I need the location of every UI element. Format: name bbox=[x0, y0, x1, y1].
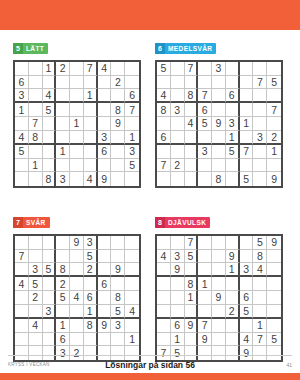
difficulty-label: LÄTT bbox=[23, 43, 48, 54]
sudoku-cell: 1 bbox=[240, 117, 254, 131]
sudoku-cell: 8 bbox=[111, 291, 125, 305]
sudoku-cell: 4 bbox=[253, 263, 267, 277]
sudoku-cell bbox=[267, 277, 281, 291]
sudoku-cell bbox=[253, 277, 267, 291]
sudoku-cell bbox=[157, 291, 171, 305]
sudoku-cell bbox=[198, 291, 212, 305]
sudoku-cell: 6 bbox=[56, 333, 70, 347]
sudoku-cell bbox=[43, 117, 57, 131]
sudoku-cell bbox=[56, 250, 70, 264]
sudoku-cell: 4 bbox=[43, 89, 57, 103]
sudoku-cell: 8 bbox=[56, 263, 70, 277]
sudoku-cell bbox=[240, 319, 254, 333]
sudoku-cell: 4 bbox=[29, 319, 43, 333]
sudoku-cell: 6 bbox=[157, 131, 171, 145]
sudoku-cell bbox=[84, 117, 98, 131]
sudoku-cell: 5 bbox=[29, 277, 43, 291]
sudoku-cell bbox=[226, 62, 240, 76]
sudoku-cell: 6 bbox=[98, 277, 112, 291]
sudoku-cell bbox=[15, 117, 29, 131]
sudoku-grid: 1274623416158771948315163158349 bbox=[13, 60, 141, 188]
sudoku-cell bbox=[98, 305, 112, 319]
sudoku-cell bbox=[29, 172, 43, 186]
sudoku-cell: 7 bbox=[253, 333, 267, 347]
sudoku-cell: 7 bbox=[84, 62, 98, 76]
sudoku-cell: 4 bbox=[15, 131, 29, 145]
sudoku-cell bbox=[157, 236, 171, 250]
sudoku-cell: 9 bbox=[111, 117, 125, 131]
sudoku-cell bbox=[70, 305, 84, 319]
sudoku-cell: 1 bbox=[185, 291, 199, 305]
sudoku-cell bbox=[157, 319, 171, 333]
sudoku-cell: 5 bbox=[43, 103, 57, 117]
sudoku-cell bbox=[56, 131, 70, 145]
sudoku-cell bbox=[70, 277, 84, 291]
sudoku-cell bbox=[98, 291, 112, 305]
sudoku-cell bbox=[43, 333, 57, 347]
sudoku-cell: 5 bbox=[185, 250, 199, 264]
sudoku-cell bbox=[98, 159, 112, 173]
sudoku-cell bbox=[212, 263, 226, 277]
sudoku-cell: 2 bbox=[267, 131, 281, 145]
sudoku-cell: 2 bbox=[226, 305, 240, 319]
sudoku-cell bbox=[84, 103, 98, 117]
sudoku-cell bbox=[70, 103, 84, 117]
sudoku-cell bbox=[125, 76, 139, 90]
sudoku-cell bbox=[171, 76, 185, 90]
sudoku-cell: 3 bbox=[198, 145, 212, 159]
sudoku-cell: 8 bbox=[185, 277, 199, 291]
sudoku-cell bbox=[111, 250, 125, 264]
sudoku-cell: 1 bbox=[226, 263, 240, 277]
sudoku-cell: 1 bbox=[84, 305, 98, 319]
sudoku-cell: 3 bbox=[43, 305, 57, 319]
sudoku-cell bbox=[111, 131, 125, 145]
sudoku-cell: 6 bbox=[125, 89, 139, 103]
sudoku-cell bbox=[240, 76, 254, 90]
sudoku-cell bbox=[70, 159, 84, 173]
magazine-sudoku-page: 5 LÄTT 1274623416158771948315163158349 6… bbox=[0, 0, 300, 380]
sudoku-cell: 1 bbox=[226, 131, 240, 145]
sudoku-cell bbox=[29, 250, 43, 264]
sudoku-cell bbox=[43, 277, 57, 291]
sudoku-cell bbox=[240, 236, 254, 250]
sudoku-cell bbox=[125, 277, 139, 291]
sudoku-cell bbox=[98, 103, 112, 117]
sudoku-cell bbox=[240, 131, 254, 145]
sudoku-cell bbox=[267, 263, 281, 277]
sudoku-cell bbox=[198, 305, 212, 319]
sudoku-cell bbox=[198, 263, 212, 277]
sudoku-cell: 5 bbox=[43, 263, 57, 277]
sudoku-cell bbox=[185, 103, 199, 117]
sudoku-cell bbox=[253, 145, 267, 159]
sudoku-cell bbox=[15, 172, 29, 186]
sudoku-cell: 1 bbox=[171, 333, 185, 347]
sudoku-cell: 5 bbox=[267, 76, 281, 90]
sudoku-cell: 4 bbox=[70, 291, 84, 305]
sudoku-cell: 9 bbox=[98, 319, 112, 333]
sudoku-cell: 4 bbox=[157, 250, 171, 264]
sudoku-cell: 4 bbox=[240, 333, 254, 347]
sudoku-cell bbox=[15, 333, 29, 347]
sudoku-cell: 5 bbox=[240, 172, 254, 186]
sudoku-cell bbox=[56, 76, 70, 90]
sudoku-cell: 3 bbox=[253, 131, 267, 145]
sudoku-cell: 8 bbox=[157, 103, 171, 117]
sudoku-cell bbox=[29, 145, 43, 159]
sudoku-cell bbox=[125, 236, 139, 250]
sudoku-puzzle-djavulsk: 8 DJÄVULSK 75943598913481196256971194757… bbox=[155, 211, 283, 362]
sudoku-cell: 6 bbox=[171, 319, 185, 333]
sudoku-cell bbox=[212, 333, 226, 347]
sudoku-cell bbox=[15, 291, 29, 305]
sudoku-cell bbox=[157, 145, 171, 159]
sudoku-cell bbox=[198, 250, 212, 264]
sudoku-cell bbox=[157, 117, 171, 131]
sudoku-cell bbox=[98, 250, 112, 264]
sudoku-cell bbox=[198, 159, 212, 173]
sudoku-cell: 2 bbox=[29, 291, 43, 305]
sudoku-cell bbox=[253, 89, 267, 103]
sudoku-cell bbox=[29, 103, 43, 117]
difficulty-number: 5 bbox=[13, 43, 23, 54]
sudoku-grid: 9375358294526254683154418936132 bbox=[13, 234, 141, 362]
sudoku-puzzle-latt: 5 LÄTT 1274623416158771948315163158349 bbox=[13, 37, 141, 188]
sudoku-cell: 4 bbox=[84, 172, 98, 186]
sudoku-cell bbox=[70, 333, 84, 347]
sudoku-cell bbox=[171, 305, 185, 319]
sudoku-cell bbox=[125, 172, 139, 186]
sudoku-cell: 5 bbox=[240, 305, 254, 319]
sudoku-cell bbox=[157, 277, 171, 291]
sudoku-cell bbox=[212, 76, 226, 90]
sudoku-cell bbox=[70, 319, 84, 333]
sudoku-cell bbox=[56, 117, 70, 131]
sudoku-cell bbox=[157, 305, 171, 319]
sudoku-cell bbox=[56, 236, 70, 250]
sudoku-cell bbox=[212, 159, 226, 173]
sudoku-cell bbox=[70, 145, 84, 159]
difficulty-number: 8 bbox=[155, 217, 165, 228]
sudoku-cell bbox=[111, 62, 125, 76]
sudoku-cell bbox=[29, 333, 43, 347]
sudoku-cell: 3 bbox=[111, 319, 125, 333]
sudoku-cell bbox=[43, 131, 57, 145]
sudoku-cell bbox=[185, 172, 199, 186]
sudoku-cell: 2 bbox=[56, 277, 70, 291]
sudoku-cell: 1 bbox=[43, 62, 57, 76]
sudoku-cell bbox=[43, 250, 57, 264]
sudoku-cell: 9 bbox=[226, 250, 240, 264]
sudoku-cell: 9 bbox=[267, 236, 281, 250]
sudoku-cell: 2 bbox=[84, 263, 98, 277]
sudoku-cell: 7 bbox=[267, 103, 281, 117]
sudoku-cell: 1 bbox=[125, 131, 139, 145]
sudoku-cell bbox=[70, 89, 84, 103]
sudoku-cell: 6 bbox=[15, 76, 29, 90]
sudoku-cell: 6 bbox=[198, 103, 212, 117]
sudoku-cell: 5 bbox=[157, 62, 171, 76]
sudoku-cell: 5 bbox=[84, 250, 98, 264]
sudoku-cell bbox=[111, 172, 125, 186]
sudoku-cell bbox=[185, 305, 199, 319]
sudoku-cell bbox=[125, 250, 139, 264]
sudoku-cell bbox=[198, 172, 212, 186]
sudoku-cell bbox=[125, 319, 139, 333]
sudoku-cell bbox=[157, 76, 171, 90]
sudoku-cell: 5 bbox=[125, 159, 139, 173]
sudoku-cell bbox=[84, 131, 98, 145]
sudoku-cell bbox=[240, 277, 254, 291]
difficulty-number: 7 bbox=[13, 217, 23, 228]
sudoku-cell bbox=[226, 159, 240, 173]
sudoku-cell bbox=[226, 291, 240, 305]
sudoku-cell bbox=[171, 145, 185, 159]
sudoku-cell bbox=[226, 277, 240, 291]
sudoku-cell bbox=[43, 159, 57, 173]
sudoku-cell bbox=[111, 89, 125, 103]
sudoku-cell: 1 bbox=[56, 319, 70, 333]
sudoku-cell bbox=[84, 145, 98, 159]
sudoku-cell: 3 bbox=[226, 117, 240, 131]
sudoku-cell bbox=[185, 131, 199, 145]
sudoku-cell: 4 bbox=[98, 62, 112, 76]
sudoku-cell bbox=[111, 236, 125, 250]
sudoku-cell: 7 bbox=[185, 236, 199, 250]
sudoku-cell: 3 bbox=[56, 172, 70, 186]
sudoku-cell bbox=[15, 62, 29, 76]
sudoku-cell bbox=[111, 333, 125, 347]
sudoku-cell bbox=[185, 263, 199, 277]
difficulty-label: MEDELSVÅR bbox=[165, 43, 216, 54]
sudoku-cell bbox=[253, 159, 267, 173]
sudoku-cell bbox=[98, 236, 112, 250]
sudoku-cell bbox=[267, 117, 281, 131]
difficulty-label: SVÅR bbox=[23, 217, 50, 228]
sudoku-cell: 9 bbox=[171, 263, 185, 277]
sudoku-cell bbox=[111, 159, 125, 173]
sudoku-cell: 7 bbox=[185, 62, 199, 76]
sudoku-cell: 3 bbox=[15, 89, 29, 103]
sudoku-cell bbox=[56, 89, 70, 103]
sudoku-cell bbox=[171, 89, 185, 103]
sudoku-cell bbox=[98, 333, 112, 347]
sudoku-cell: 5 bbox=[111, 305, 125, 319]
sudoku-cell: 8 bbox=[84, 319, 98, 333]
sudoku-cell: 1 bbox=[15, 103, 29, 117]
sudoku-cell: 4 bbox=[185, 117, 199, 131]
sudoku-cell: 5 bbox=[267, 333, 281, 347]
sudoku-cell bbox=[125, 117, 139, 131]
sudoku-cell: 4 bbox=[125, 305, 139, 319]
sudoku-cell bbox=[29, 89, 43, 103]
sudoku-cell bbox=[212, 319, 226, 333]
sudoku-cell bbox=[267, 159, 281, 173]
sudoku-cell bbox=[84, 159, 98, 173]
sudoku-cell bbox=[212, 103, 226, 117]
sudoku-cell bbox=[111, 277, 125, 291]
sudoku-cell bbox=[84, 277, 98, 291]
sudoku-cell bbox=[212, 250, 226, 264]
sudoku-cell bbox=[157, 172, 171, 186]
sudoku-cell bbox=[98, 263, 112, 277]
sudoku-cell bbox=[56, 103, 70, 117]
sudoku-cell bbox=[98, 89, 112, 103]
sudoku-cell bbox=[171, 172, 185, 186]
sudoku-cell bbox=[240, 250, 254, 264]
sudoku-cell: 7 bbox=[198, 319, 212, 333]
sudoku-cell: 3 bbox=[98, 131, 112, 145]
sudoku-cell bbox=[171, 236, 185, 250]
sudoku-cell: 1 bbox=[29, 159, 43, 173]
sudoku-cell bbox=[29, 62, 43, 76]
sudoku-cell bbox=[15, 159, 29, 173]
sudoku-puzzle-svar: 7 SVÅR 9375358294526254683154418936132 bbox=[13, 211, 141, 362]
sudoku-cell bbox=[111, 145, 125, 159]
difficulty-badge: 8 DJÄVULSK bbox=[155, 217, 210, 228]
sudoku-cell bbox=[171, 62, 185, 76]
difficulty-badge: 5 LÄTT bbox=[13, 43, 48, 54]
sudoku-cell: 8 bbox=[185, 89, 199, 103]
sudoku-cell bbox=[253, 117, 267, 131]
sudoku-cell bbox=[15, 263, 29, 277]
sudoku-cell bbox=[15, 305, 29, 319]
sudoku-cell: 8 bbox=[43, 172, 57, 186]
sudoku-cell bbox=[171, 277, 185, 291]
sudoku-cell bbox=[125, 62, 139, 76]
difficulty-badge: 7 SVÅR bbox=[13, 217, 50, 228]
top-accent-bar bbox=[0, 0, 300, 30]
sudoku-cell bbox=[15, 319, 29, 333]
sudoku-cell bbox=[212, 145, 226, 159]
sudoku-cell bbox=[125, 291, 139, 305]
sudoku-cell bbox=[226, 76, 240, 90]
sudoku-cell bbox=[240, 89, 254, 103]
sudoku-cell: 2 bbox=[56, 62, 70, 76]
sudoku-cell: 3 bbox=[171, 250, 185, 264]
sudoku-cell: 2 bbox=[111, 76, 125, 90]
sudoku-cell bbox=[29, 236, 43, 250]
sudoku-cell bbox=[84, 333, 98, 347]
sudoku-cell: 1 bbox=[198, 277, 212, 291]
sudoku-cell bbox=[240, 103, 254, 117]
sudoku-cell: 4 bbox=[157, 89, 171, 103]
sudoku-puzzle-medelsvar: 6 MEDELSVÅR 5737548768367459316132357172… bbox=[155, 37, 283, 188]
sudoku-cell bbox=[43, 319, 57, 333]
sudoku-cell bbox=[226, 103, 240, 117]
sudoku-cell: 1 bbox=[267, 145, 281, 159]
sudoku-cell: 3 bbox=[212, 62, 226, 76]
sudoku-cell bbox=[70, 172, 84, 186]
sudoku-cell: 9 bbox=[111, 263, 125, 277]
puzzles-grid: 5 LÄTT 1274623416158771948315163158349 6… bbox=[13, 37, 283, 362]
sudoku-cell bbox=[185, 76, 199, 90]
sudoku-cell bbox=[253, 62, 267, 76]
sudoku-cell: 9 bbox=[267, 172, 281, 186]
sudoku-cell bbox=[171, 291, 185, 305]
sudoku-cell bbox=[70, 250, 84, 264]
sudoku-cell: 1 bbox=[253, 319, 267, 333]
sudoku-cell: 3 bbox=[84, 236, 98, 250]
sudoku-cell: 8 bbox=[29, 131, 43, 145]
sudoku-cell bbox=[29, 76, 43, 90]
sudoku-cell: 2 bbox=[171, 159, 185, 173]
difficulty-number: 6 bbox=[155, 43, 165, 54]
sudoku-cell: 7 bbox=[125, 103, 139, 117]
sudoku-cell bbox=[226, 236, 240, 250]
sudoku-cell bbox=[267, 250, 281, 264]
sudoku-cell bbox=[157, 333, 171, 347]
sudoku-cell bbox=[253, 305, 267, 319]
sudoku-cell bbox=[70, 76, 84, 90]
sudoku-cell: 3 bbox=[29, 263, 43, 277]
sudoku-cell bbox=[185, 145, 199, 159]
difficulty-label: DJÄVULSK bbox=[165, 217, 210, 228]
sudoku-cell: 6 bbox=[240, 291, 254, 305]
sudoku-cell bbox=[157, 263, 171, 277]
sudoku-cell: 7 bbox=[29, 117, 43, 131]
sudoku-cell: 7 bbox=[198, 89, 212, 103]
sudoku-cell bbox=[226, 333, 240, 347]
solutions-reference-text: Lösningar på sidan 56 bbox=[8, 360, 292, 370]
sudoku-cell: 1 bbox=[125, 333, 139, 347]
sudoku-cell bbox=[253, 103, 267, 117]
sudoku-cell bbox=[226, 319, 240, 333]
sudoku-cell: 5 bbox=[253, 236, 267, 250]
sudoku-cell: 6 bbox=[98, 145, 112, 159]
sudoku-cell bbox=[98, 76, 112, 90]
sudoku-cell bbox=[198, 76, 212, 90]
sudoku-cell: 1 bbox=[56, 145, 70, 159]
sudoku-cell bbox=[43, 236, 57, 250]
sudoku-cell: 9 bbox=[70, 236, 84, 250]
sudoku-cell bbox=[267, 62, 281, 76]
sudoku-cell: 8 bbox=[111, 103, 125, 117]
sudoku-cell bbox=[185, 159, 199, 173]
sudoku-cell bbox=[267, 319, 281, 333]
sudoku-cell bbox=[198, 131, 212, 145]
sudoku-cell bbox=[226, 172, 240, 186]
sudoku-cell: 6 bbox=[84, 291, 98, 305]
sudoku-cell bbox=[56, 305, 70, 319]
sudoku-cell bbox=[70, 62, 84, 76]
sudoku-cell bbox=[171, 117, 185, 131]
sudoku-cell bbox=[29, 305, 43, 319]
sudoku-cell: 5 bbox=[198, 117, 212, 131]
sudoku-cell: 8 bbox=[212, 172, 226, 186]
sudoku-cell bbox=[198, 62, 212, 76]
sudoku-grid: 7594359891348119625697119475759 bbox=[155, 234, 283, 362]
sudoku-cell: 5 bbox=[226, 145, 240, 159]
sudoku-cell bbox=[70, 263, 84, 277]
sudoku-cell bbox=[185, 333, 199, 347]
sudoku-cell bbox=[43, 291, 57, 305]
sudoku-cell: 5 bbox=[15, 145, 29, 159]
sudoku-cell: 1 bbox=[84, 89, 98, 103]
sudoku-cell: 9 bbox=[212, 117, 226, 131]
sudoku-cell bbox=[267, 291, 281, 305]
sudoku-cell bbox=[212, 236, 226, 250]
sudoku-cell bbox=[253, 172, 267, 186]
sudoku-cell: 9 bbox=[98, 172, 112, 186]
sudoku-cell: 7 bbox=[15, 250, 29, 264]
sudoku-cell bbox=[240, 159, 254, 173]
sudoku-cell: 7 bbox=[157, 159, 171, 173]
sudoku-cell bbox=[240, 62, 254, 76]
sudoku-cell: 7 bbox=[240, 145, 254, 159]
sudoku-cell: 3 bbox=[171, 103, 185, 117]
